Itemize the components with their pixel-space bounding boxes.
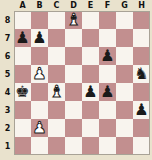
square-a3[interactable] (14, 101, 31, 119)
rank-label-6: 6 (1, 47, 14, 65)
square-c5[interactable] (48, 65, 65, 83)
piece-white-pawn[interactable]: ♟ (32, 66, 46, 82)
square-f5[interactable] (99, 65, 116, 83)
square-g2[interactable] (116, 119, 133, 137)
file-label-c: C (48, 1, 65, 11)
piece-black-pawn[interactable]: ♟ (100, 48, 114, 64)
square-b3[interactable] (31, 101, 48, 119)
square-e5[interactable] (82, 65, 99, 83)
square-a1[interactable] (14, 137, 31, 155)
rank-label-8: 8 (1, 11, 14, 29)
square-e8[interactable] (82, 11, 99, 29)
square-a6[interactable] (14, 47, 31, 65)
square-a2[interactable] (14, 119, 31, 137)
square-h8[interactable] (133, 11, 150, 29)
piece-black-pawn[interactable]: ♟ (15, 30, 29, 46)
square-c3[interactable] (48, 101, 65, 119)
square-d2[interactable] (65, 119, 82, 137)
square-a7[interactable]: ♟ (14, 29, 31, 47)
square-f3[interactable] (99, 101, 116, 119)
square-h1[interactable] (133, 137, 150, 155)
file-label-e: E (82, 1, 99, 11)
square-b4[interactable] (31, 83, 48, 101)
square-b7[interactable]: ♟ (31, 29, 48, 47)
rank-label-3: 3 (1, 101, 14, 119)
piece-black-king[interactable]: ♚ (15, 84, 29, 100)
square-g3[interactable] (116, 101, 133, 119)
square-g5[interactable] (116, 65, 133, 83)
square-e1[interactable] (82, 137, 99, 155)
piece-black-pawn[interactable]: ♟ (134, 102, 148, 118)
piece-black-knight[interactable]: ♞ (134, 66, 148, 82)
square-d6[interactable] (65, 47, 82, 65)
square-c1[interactable] (48, 137, 65, 155)
square-c2[interactable] (48, 119, 65, 137)
file-label-g: G (116, 1, 133, 11)
square-b1[interactable] (31, 137, 48, 155)
square-f6[interactable]: ♟ (99, 47, 116, 65)
square-d4[interactable] (65, 83, 82, 101)
square-b5[interactable]: ♟ (31, 65, 48, 83)
square-d1[interactable] (65, 137, 82, 155)
square-a4[interactable]: ♚ (14, 83, 31, 101)
piece-white-bishop[interactable]: ♝ (49, 84, 63, 100)
square-e4[interactable]: ♟ (82, 83, 99, 101)
rank-label-1: 1 (1, 137, 14, 155)
square-c8[interactable] (48, 11, 65, 29)
piece-black-pawn[interactable]: ♟ (100, 84, 114, 100)
square-b2[interactable]: ♟ (31, 119, 48, 137)
square-a8[interactable] (14, 11, 31, 29)
square-d3[interactable] (65, 101, 82, 119)
square-g4[interactable] (116, 83, 133, 101)
square-c7[interactable] (48, 29, 65, 47)
board: ABCDEFGH8♝7♟♟6♟5♟♞4♚♝♟♟3♟2♟1 (1, 1, 150, 155)
rank-label-2: 2 (1, 119, 14, 137)
file-label-f: F (99, 1, 116, 11)
square-d5[interactable] (65, 65, 82, 83)
square-d7[interactable] (65, 29, 82, 47)
chess-diagram: ABCDEFGH8♝7♟♟6♟5♟♞4♚♝♟♟3♟2♟1 (0, 0, 152, 160)
square-e3[interactable] (82, 101, 99, 119)
square-b6[interactable] (31, 47, 48, 65)
square-a5[interactable] (14, 65, 31, 83)
rank-label-4: 4 (1, 83, 14, 101)
piece-white-bishop[interactable]: ♝ (66, 12, 80, 28)
square-b8[interactable] (31, 11, 48, 29)
rank-label-5: 5 (1, 65, 14, 83)
square-g8[interactable] (116, 11, 133, 29)
piece-black-pawn[interactable]: ♟ (83, 84, 97, 100)
square-c4[interactable]: ♝ (48, 83, 65, 101)
rank-label-7: 7 (1, 29, 14, 47)
square-e6[interactable] (82, 47, 99, 65)
square-c6[interactable] (48, 47, 65, 65)
square-h7[interactable] (133, 29, 150, 47)
square-h2[interactable] (133, 119, 150, 137)
piece-white-pawn[interactable]: ♟ (32, 120, 46, 136)
square-f7[interactable] (99, 29, 116, 47)
square-f4[interactable]: ♟ (99, 83, 116, 101)
square-g7[interactable] (116, 29, 133, 47)
square-f2[interactable] (99, 119, 116, 137)
square-g6[interactable] (116, 47, 133, 65)
square-h4[interactable] (133, 83, 150, 101)
file-label-a: A (14, 1, 31, 11)
file-label-h: H (133, 1, 150, 11)
corner-spacer (1, 1, 14, 11)
file-label-b: B (31, 1, 48, 11)
square-h3[interactable]: ♟ (133, 101, 150, 119)
square-f8[interactable] (99, 11, 116, 29)
square-h6[interactable] (133, 47, 150, 65)
piece-black-pawn[interactable]: ♟ (32, 30, 46, 46)
square-e2[interactable] (82, 119, 99, 137)
square-g1[interactable] (116, 137, 133, 155)
square-e7[interactable] (82, 29, 99, 47)
square-f1[interactable] (99, 137, 116, 155)
square-h5[interactable]: ♞ (133, 65, 150, 83)
square-d8[interactable]: ♝ (65, 11, 82, 29)
